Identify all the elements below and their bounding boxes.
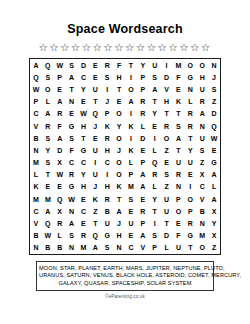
star-icon: ☆ — [179, 41, 190, 53]
grid-cell: D — [161, 230, 173, 242]
grid-cell: S — [66, 230, 78, 242]
grid-cell: Y — [78, 83, 90, 95]
grid-cell: O — [184, 59, 196, 71]
grid-cell: O — [161, 132, 173, 144]
grid-cell: V — [30, 217, 42, 229]
grid-cell: S — [208, 83, 220, 95]
grid-cell: Z — [161, 181, 173, 193]
grid-cell: R — [137, 108, 149, 120]
grid-cell: Y — [42, 144, 54, 156]
grid-cell: A — [173, 132, 185, 144]
grid-cell: U — [173, 242, 185, 254]
grid-cell: C — [78, 157, 90, 169]
star-icon: ☆ — [157, 41, 168, 53]
grid-cell: S — [42, 132, 54, 144]
grid-cell: E — [137, 144, 149, 156]
grid-cell: F — [66, 144, 78, 156]
grid-cell: N — [184, 83, 196, 95]
grid-cell: U — [173, 157, 185, 169]
grid-cell: W — [30, 83, 42, 95]
grid-cell: R — [54, 217, 66, 229]
grid-cell: R — [137, 205, 149, 217]
grid-cell: T — [66, 83, 78, 95]
grid-cell: J — [101, 96, 113, 108]
grid-cell: C — [101, 157, 113, 169]
grid-cell: W — [78, 108, 90, 120]
grid-cell: H — [78, 181, 90, 193]
grid-cell: Z — [208, 242, 220, 254]
grid-cell: S — [173, 120, 185, 132]
grid-cell: I — [101, 83, 113, 95]
grid-cell: S — [66, 132, 78, 144]
grid-cell: O — [113, 108, 125, 120]
grid-cell: W — [42, 230, 54, 242]
grid-cell: B — [54, 242, 66, 254]
star-icon: ☆ — [114, 41, 125, 53]
word-list-line: URANUS, SATURN, VENUS, BLACK HOLE, ASTER… — [39, 272, 211, 279]
grid-cell: I — [125, 71, 137, 83]
grid-cell: R — [173, 169, 185, 181]
grid-cell: S — [101, 242, 113, 254]
grid-cell: U — [149, 59, 161, 71]
grid-cell: M — [42, 193, 54, 205]
grid-cell: O — [113, 132, 125, 144]
grid-cell: N — [30, 144, 42, 156]
grid-cell: C — [30, 108, 42, 120]
word-list-line: MOON, STAR, PLANET, EARTH, MARS, JUPITER… — [39, 265, 211, 272]
grid-cell: O — [42, 83, 54, 95]
grid-cell: A — [54, 132, 66, 144]
grid-cell: W — [54, 59, 66, 71]
grid-cell: E — [149, 120, 161, 132]
grid-cell: U — [196, 83, 208, 95]
grid-cell: L — [42, 96, 54, 108]
grid-cell: J — [208, 71, 220, 83]
grid-cell: R — [78, 230, 90, 242]
grid-cell: D — [161, 71, 173, 83]
grid-cell: Q — [54, 193, 66, 205]
grid-cell: S — [101, 71, 113, 83]
grid-cell: U — [101, 217, 113, 229]
grid-cell: I — [184, 181, 196, 193]
grid-cell: R — [101, 193, 113, 205]
grid-cell: D — [54, 144, 66, 156]
grid-cell: Y — [78, 169, 90, 181]
grid-cell: S — [196, 144, 208, 156]
grid-cell: R — [54, 108, 66, 120]
grid-cell: C — [30, 205, 42, 217]
grid-cell: C — [196, 181, 208, 193]
grid-cell: Q — [42, 217, 54, 229]
grid-cell: S — [42, 71, 54, 83]
grid-cell: M — [173, 59, 185, 71]
grid-cell: G — [66, 120, 78, 132]
grid-cell: R — [196, 96, 208, 108]
grid-cell: T — [113, 83, 125, 95]
grid-cell: B — [30, 132, 42, 144]
grid-cell: E — [137, 193, 149, 205]
grid-cell: A — [149, 83, 161, 95]
star-icon: ☆ — [60, 41, 71, 53]
grid-cell: U — [161, 205, 173, 217]
grid-cell: P — [184, 205, 196, 217]
grid-cell: U — [125, 217, 137, 229]
grid-cell: H — [101, 144, 113, 156]
grid-cell: Z — [208, 96, 220, 108]
grid-cell: A — [113, 205, 125, 217]
grid-cell: E — [54, 83, 66, 95]
grid-cell: J — [113, 217, 125, 229]
grid-cell: A — [66, 71, 78, 83]
grid-cell: P — [173, 193, 185, 205]
grid-cell: N — [30, 242, 42, 254]
grid-cell: Y — [184, 144, 196, 156]
grid-cell: P — [137, 83, 149, 95]
grid-cell: G — [184, 230, 196, 242]
grid-cell: S — [66, 59, 78, 71]
grid-cell: T — [149, 96, 161, 108]
grid-cell: N — [66, 96, 78, 108]
grid-cell: C — [78, 71, 90, 83]
grid-cell: D — [137, 132, 149, 144]
grid-cell: E — [78, 193, 90, 205]
grid-cell: R — [101, 132, 113, 144]
grid-cell: Q — [89, 108, 101, 120]
grid-cell: T — [184, 132, 196, 144]
grid-cell: C — [78, 205, 90, 217]
grid-cell: G — [66, 181, 78, 193]
grid-cell: K — [125, 144, 137, 156]
grid-cell: R — [42, 120, 54, 132]
grid-cell: U — [89, 169, 101, 181]
grid-cell: J — [89, 181, 101, 193]
grid-cell: A — [30, 59, 42, 71]
grid-cell: O — [196, 242, 208, 254]
star-icon: ☆ — [168, 41, 179, 53]
grid-cell: E — [78, 96, 90, 108]
grid-cell: G — [184, 71, 196, 83]
grid-cell: P — [137, 217, 149, 229]
grid-cell: V — [30, 120, 42, 132]
star-icon: ☆ — [136, 41, 147, 53]
grid-cell: E — [173, 217, 185, 229]
grid-cell: P — [137, 157, 149, 169]
grid-cell: E — [125, 230, 137, 242]
grid-cell: G — [101, 230, 113, 242]
grid-cell: I — [125, 108, 137, 120]
grid-cell: E — [184, 169, 196, 181]
grid-cell: P — [30, 96, 42, 108]
grid-cell: P — [54, 71, 66, 83]
grid-cell: T — [89, 96, 101, 108]
star-icon: ☆ — [38, 41, 49, 53]
grid-cell: R — [161, 120, 173, 132]
grid-cell: E — [125, 205, 137, 217]
grid-cell: P — [149, 242, 161, 254]
grid-cell: A — [137, 230, 149, 242]
grid-cell: E — [78, 217, 90, 229]
grid-cell: J — [113, 144, 125, 156]
grid-cell: Y — [149, 108, 161, 120]
grid-cell: P — [101, 108, 113, 120]
grid-cell: Y — [137, 59, 149, 71]
grid-cell: K — [89, 193, 101, 205]
grid-cell: A — [137, 169, 149, 181]
grid-cell: V — [196, 193, 208, 205]
grid-cell: Q — [42, 59, 54, 71]
wordsearch-grid: AQWSDERFTYUIMOONQSPACESHIPSDFGHJWOETYUIT… — [29, 58, 221, 255]
grid-cell: G — [208, 157, 220, 169]
grid-cell: E — [66, 108, 78, 120]
grid-cell: Y — [113, 120, 125, 132]
grid-cell: I — [161, 59, 173, 71]
grid-cell: K — [125, 120, 137, 132]
grid-cell: L — [137, 120, 149, 132]
grid-cell: A — [125, 96, 137, 108]
grid-cell: E — [89, 59, 101, 71]
grid-cell: R — [184, 217, 196, 229]
grid-cell: K — [30, 181, 42, 193]
grid-cell: M — [30, 193, 42, 205]
grid-cell: B — [196, 205, 208, 217]
grid-cell: W — [66, 193, 78, 205]
grid-cell: T — [161, 108, 173, 120]
footer-credit: ©eParenting.co.uk — [0, 294, 250, 299]
grid-cell: M — [30, 157, 42, 169]
grid-cell: H — [196, 71, 208, 83]
star-icon: ☆ — [125, 41, 136, 53]
grid-cell: L — [149, 181, 161, 193]
grid-cell: M — [125, 181, 137, 193]
star-icon: ☆ — [147, 41, 158, 53]
grid-cell: T — [89, 217, 101, 229]
grid-cell: S — [161, 169, 173, 181]
grid-cell: H — [113, 71, 125, 83]
grid-cell: F — [173, 71, 185, 83]
grid-cell: R — [184, 108, 196, 120]
grid-cell: L — [149, 144, 161, 156]
grid-cell: V — [161, 83, 173, 95]
grid-cell: L — [54, 230, 66, 242]
wordsearch-page: Space Wordsearch ☆☆☆☆☆☆☆☆☆☆☆☆☆☆☆☆ AQWSDE… — [0, 0, 250, 324]
grid-cell: E — [89, 71, 101, 83]
grid-cell: T — [78, 132, 90, 144]
grid-cell: I — [89, 157, 101, 169]
grid-cell: E — [173, 83, 185, 95]
grid-cell: Y — [208, 217, 220, 229]
star-icon: ☆ — [190, 41, 201, 53]
grid-cell: N — [173, 181, 185, 193]
grid-cell: D — [78, 59, 90, 71]
grid-cell: V — [137, 242, 149, 254]
grid-cell: H — [101, 181, 113, 193]
grid-cell: F — [113, 59, 125, 71]
grid-cell: E — [89, 132, 101, 144]
grid-cell: A — [54, 96, 66, 108]
grid-cell: W — [54, 169, 66, 181]
grid-cell: I — [125, 132, 137, 144]
grid-cell: T — [149, 205, 161, 217]
grid-cell: J — [89, 120, 101, 132]
grid-cell: C — [125, 242, 137, 254]
grid-cell: B — [42, 242, 54, 254]
grid-cell: N — [113, 242, 125, 254]
grid-cell: A — [137, 181, 149, 193]
grid-cell: H — [113, 230, 125, 242]
grid-cell: O — [125, 83, 137, 95]
grid-cell: F — [173, 230, 185, 242]
grid-cell: L — [184, 96, 196, 108]
grid-cell: Z — [89, 205, 101, 217]
grid-cell: Q — [30, 71, 42, 83]
grid-cell: P — [125, 169, 137, 181]
grid-cell: X — [208, 205, 220, 217]
grid-cell: T — [113, 193, 125, 205]
grid-cell: M — [196, 230, 208, 242]
grid-cell: L — [125, 157, 137, 169]
grid-cell: C — [66, 157, 78, 169]
grid-cell: Z — [196, 157, 208, 169]
star-icon: ☆ — [201, 41, 212, 53]
grid-cell: S — [149, 71, 161, 83]
grid-cell: R — [66, 169, 78, 181]
star-icon: ☆ — [93, 41, 104, 53]
grid-cell: Q — [89, 230, 101, 242]
grid-cell: F — [54, 120, 66, 132]
grid-cell: B — [30, 230, 42, 242]
grid-cell: K — [113, 181, 125, 193]
grid-cell: E — [42, 181, 54, 193]
grid-cell: E — [54, 181, 66, 193]
grid-cell: T — [173, 108, 185, 120]
grid-cell: X — [208, 230, 220, 242]
grid-cell: N — [66, 242, 78, 254]
grid-cell: A — [42, 205, 54, 217]
grid-cell: Q — [149, 157, 161, 169]
grid-cell: X — [54, 205, 66, 217]
grid-cell: X — [196, 169, 208, 181]
star-icon: ☆ — [49, 41, 60, 53]
grid-cell: A — [66, 217, 78, 229]
grid-cell: O — [173, 205, 185, 217]
grid-cell: N — [66, 205, 78, 217]
grid-cell: N — [196, 120, 208, 132]
grid-cell: G — [78, 144, 90, 156]
grid-cell: A — [196, 108, 208, 120]
grid-cell: T — [184, 242, 196, 254]
grid-cell: M — [78, 242, 90, 254]
grid-cell: N — [208, 59, 220, 71]
grid-cell: Y — [149, 193, 161, 205]
grid-cell: U — [196, 132, 208, 144]
word-list-line: GALAXY, QUASAR, SPACESHIP, SOLAR SYSTEM — [39, 280, 211, 287]
grid-cell: E — [208, 144, 220, 156]
grid-cell: A — [208, 193, 220, 205]
grid-cell: E — [113, 96, 125, 108]
grid-cell: Q — [208, 120, 220, 132]
grid-cell: S — [42, 157, 54, 169]
grid-cell: L — [30, 169, 42, 181]
grid-cell: X — [54, 157, 66, 169]
grid-cell: S — [125, 193, 137, 205]
grid-cell: T — [125, 59, 137, 71]
grid-cell: R — [101, 59, 113, 71]
grid-cell: S — [149, 230, 161, 242]
grid-cell: A — [208, 169, 220, 181]
grid-cell: T — [161, 217, 173, 229]
grid-cell: U — [161, 193, 173, 205]
grid-cell: K — [101, 120, 113, 132]
grid-cell: A — [42, 108, 54, 120]
grid-cell: A — [89, 242, 101, 254]
grid-cell: T — [42, 169, 54, 181]
grid-cell: K — [173, 96, 185, 108]
star-decoration-row: ☆☆☆☆☆☆☆☆☆☆☆☆☆☆☆☆ — [0, 41, 250, 53]
grid-cell: L — [161, 242, 173, 254]
word-list-box: MOON, STAR, PLANET, EARTH, MARS, JUPITER… — [36, 261, 214, 291]
grid-cell: O — [184, 193, 196, 205]
grid-cell: H — [78, 120, 90, 132]
grid-cell: I — [149, 132, 161, 144]
grid-cell: I — [101, 169, 113, 181]
grid-cell: P — [137, 71, 149, 83]
grid-cell: L — [208, 181, 220, 193]
grid-cell: U — [89, 144, 101, 156]
grid-cell: N — [196, 217, 208, 229]
grid-cell: Z — [161, 144, 173, 156]
grid-cell: U — [89, 83, 101, 95]
grid-cell: R — [137, 96, 149, 108]
grid-cell: D — [208, 108, 220, 120]
grid-cell: R — [184, 120, 196, 132]
grid-cell: H — [161, 96, 173, 108]
grid-cell: O — [196, 59, 208, 71]
grid-cell: E — [161, 157, 173, 169]
star-icon: ☆ — [82, 41, 93, 53]
grid-cell: R — [149, 169, 161, 181]
grid-cell: U — [184, 157, 196, 169]
puzzle-title: Space Wordsearch — [0, 22, 250, 36]
grid-cell: W — [208, 132, 220, 144]
star-icon: ☆ — [71, 41, 82, 53]
star-icon: ☆ — [103, 41, 114, 53]
grid-cell: I — [149, 217, 161, 229]
grid-cell: T — [173, 144, 185, 156]
grid-cell: B — [101, 205, 113, 217]
grid-cell: O — [113, 157, 125, 169]
grid-cell: O — [113, 169, 125, 181]
